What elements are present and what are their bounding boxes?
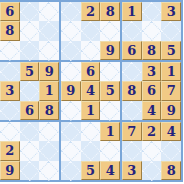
cell-r1c8[interactable]	[142, 2, 162, 21]
cell-r9c5: 5	[81, 161, 101, 180]
cell-r6c2: 6	[20, 101, 40, 120]
cell-r9c8[interactable]	[142, 161, 162, 180]
cell-r2c6[interactable]	[100, 21, 120, 40]
cell-r5c1: 3	[0, 81, 20, 100]
cell-r9c4[interactable]	[61, 161, 81, 180]
cell-r7c6: 1	[100, 122, 120, 141]
cell-r5c6: 5	[100, 81, 120, 100]
box-9: 72438	[122, 122, 181, 180]
cell-r3c7: 6	[122, 41, 142, 60]
cell-r4c2: 5	[20, 62, 40, 81]
cell-r1c9: 3	[161, 2, 181, 21]
cell-r2c8[interactable]	[142, 21, 162, 40]
cell-r8c2[interactable]	[20, 141, 40, 160]
cell-r8c9[interactable]	[161, 141, 181, 160]
cell-r3c4[interactable]	[61, 41, 81, 60]
cell-r8c4[interactable]	[61, 141, 81, 160]
cell-r3c9: 5	[161, 41, 181, 60]
cell-r8c6[interactable]	[100, 141, 120, 160]
cell-r4c1[interactable]	[0, 62, 20, 81]
cell-r8c8[interactable]	[142, 141, 162, 160]
cell-r7c1[interactable]	[0, 122, 20, 141]
cell-r2c9[interactable]	[161, 21, 181, 40]
cell-r6c6[interactable]	[100, 101, 120, 120]
cell-r3c3[interactable]	[39, 41, 59, 60]
box-1: 68	[0, 2, 59, 60]
cell-r2c1: 8	[0, 21, 20, 40]
cell-r9c9: 8	[161, 161, 181, 180]
cell-r1c1: 6	[0, 2, 20, 21]
cell-r6c5: 1	[81, 101, 101, 120]
cell-r1c5: 2	[81, 2, 101, 21]
cell-r5c9: 7	[161, 81, 181, 100]
cell-r6c7[interactable]	[122, 101, 142, 120]
cell-r2c2[interactable]	[20, 21, 40, 40]
cell-r8c3[interactable]	[39, 141, 59, 160]
cell-r4c3: 9	[39, 62, 59, 81]
box-3: 13685	[122, 2, 181, 60]
cell-r5c8: 6	[142, 81, 162, 100]
cell-r4c9: 1	[161, 62, 181, 81]
cell-r1c3[interactable]	[39, 2, 59, 21]
cell-r4c4[interactable]	[61, 62, 81, 81]
cell-r1c7: 1	[122, 2, 142, 21]
box-4: 593168	[0, 62, 59, 120]
cell-r9c2[interactable]	[20, 161, 40, 180]
cell-r5c5: 4	[81, 81, 101, 100]
cell-r8c7[interactable]	[122, 141, 142, 160]
cell-r1c4[interactable]	[61, 2, 81, 21]
cell-r7c3[interactable]	[39, 122, 59, 141]
cell-r3c6: 9	[100, 41, 120, 60]
cell-r9c3[interactable]	[39, 161, 59, 180]
cell-r7c9: 4	[161, 122, 181, 141]
cell-r7c8: 2	[142, 122, 162, 141]
cell-r4c8: 3	[142, 62, 162, 81]
cell-r6c3: 8	[39, 101, 59, 120]
cell-r5c7: 8	[122, 81, 142, 100]
cell-r4c6[interactable]	[100, 62, 120, 81]
cell-r8c1: 2	[0, 141, 20, 160]
cell-r3c1[interactable]	[0, 41, 20, 60]
cell-r6c9: 9	[161, 101, 181, 120]
cell-r6c1[interactable]	[0, 101, 20, 120]
cell-r2c4[interactable]	[61, 21, 81, 40]
sudoku-board: 68289136855931686945131867492915472438	[0, 0, 183, 182]
cell-r5c2[interactable]	[20, 81, 40, 100]
cell-r9c6: 4	[100, 161, 120, 180]
cell-r9c7: 3	[122, 161, 142, 180]
cell-r2c5[interactable]	[81, 21, 101, 40]
cell-r9c1: 9	[0, 161, 20, 180]
cell-r7c5[interactable]	[81, 122, 101, 141]
cell-r8c5[interactable]	[81, 141, 101, 160]
cell-r5c4: 9	[61, 81, 81, 100]
box-7: 29	[0, 122, 59, 180]
cell-r6c8: 4	[142, 101, 162, 120]
cell-r1c6: 8	[100, 2, 120, 21]
box-8: 154	[61, 122, 120, 180]
cell-r4c5: 6	[81, 62, 101, 81]
cell-r3c8: 8	[142, 41, 162, 60]
cell-r4c7[interactable]	[122, 62, 142, 81]
cell-r3c5[interactable]	[81, 41, 101, 60]
cell-r6c4[interactable]	[61, 101, 81, 120]
cell-r7c4[interactable]	[61, 122, 81, 141]
box-5: 69451	[61, 62, 120, 120]
cell-r3c2[interactable]	[20, 41, 40, 60]
cell-r2c7[interactable]	[122, 21, 142, 40]
cell-r1c2[interactable]	[20, 2, 40, 21]
cell-r7c2[interactable]	[20, 122, 40, 141]
box-6: 3186749	[122, 62, 181, 120]
cell-r7c7: 7	[122, 122, 142, 141]
cell-r2c3[interactable]	[39, 21, 59, 40]
box-2: 289	[61, 2, 120, 60]
cell-r5c3: 1	[39, 81, 59, 100]
